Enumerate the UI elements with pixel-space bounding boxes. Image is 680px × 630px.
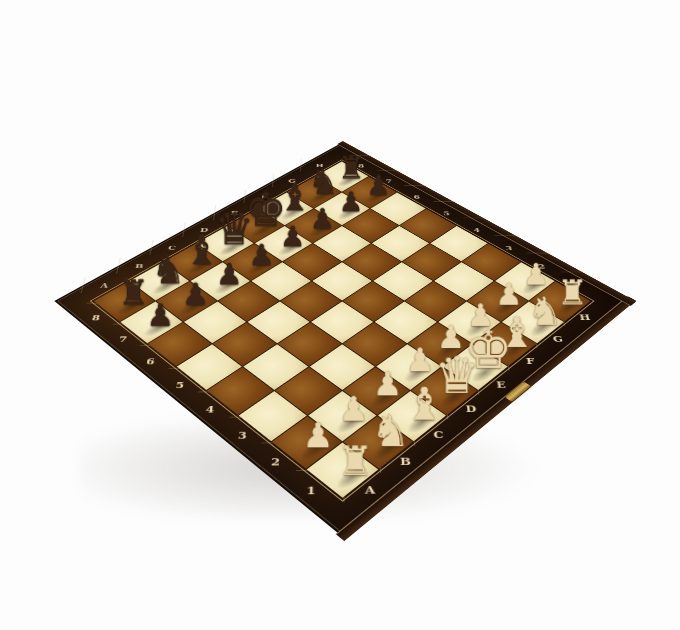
- scene: ABCDEFGH ABCDEFGH 87654321 87654321 ♜♞♝♛…: [0, 0, 680, 630]
- piece-black-pawn[interactable]: ♟: [139, 301, 183, 329]
- board-grid: ♜♞♝♛♚♝♞♜♟♟♟♟♟♟♟♟♟♟♟♟♟♟♟♟♜♞♝♛♚♝♞♜: [94, 161, 590, 497]
- rank-label-8: 8: [79, 303, 113, 333]
- chess-board: ABCDEFGH ABCDEFGH 87654321 87654321 ♜♞♝♛…: [54, 144, 625, 535]
- piece-white-rook[interactable]: ♜: [329, 443, 380, 479]
- wooden-frame: ABCDEFGH ABCDEFGH 87654321 87654321 ♜♞♝♛…: [54, 144, 625, 535]
